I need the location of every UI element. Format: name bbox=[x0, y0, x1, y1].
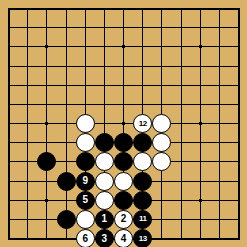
grid-line-vertical bbox=[219, 8, 220, 240]
move-number: 9 bbox=[82, 176, 88, 186]
white-stone bbox=[76, 133, 95, 152]
go-board[interactable]: 1295121163413 bbox=[0, 0, 247, 247]
star-point bbox=[45, 122, 48, 125]
white-stone: 12 bbox=[133, 114, 152, 133]
black-stone bbox=[37, 152, 56, 171]
white-stone bbox=[95, 191, 114, 210]
move-number: 4 bbox=[121, 234, 127, 244]
star-point bbox=[122, 45, 125, 48]
black-stone: 1 bbox=[95, 210, 114, 229]
move-number: 11 bbox=[139, 215, 146, 223]
white-stone bbox=[76, 114, 95, 133]
black-stone bbox=[133, 172, 152, 191]
black-stone bbox=[133, 133, 152, 152]
move-number: 3 bbox=[102, 234, 108, 244]
white-stone bbox=[133, 152, 152, 171]
black-stone: 13 bbox=[133, 229, 152, 247]
star-point bbox=[45, 199, 48, 202]
grid-line-vertical bbox=[238, 8, 240, 240]
black-stone: 3 bbox=[95, 229, 114, 247]
black-stone bbox=[95, 133, 114, 152]
white-stone bbox=[95, 172, 114, 191]
move-number: 6 bbox=[82, 234, 88, 244]
grid-line-vertical bbox=[181, 8, 182, 240]
star-point bbox=[199, 199, 202, 202]
black-stone bbox=[57, 210, 76, 229]
black-stone bbox=[114, 152, 133, 171]
white-stone bbox=[152, 114, 171, 133]
star-point bbox=[45, 45, 48, 48]
black-stone: 5 bbox=[76, 191, 95, 210]
white-stone bbox=[114, 172, 133, 191]
move-number: 13 bbox=[139, 235, 147, 243]
black-stone bbox=[114, 191, 133, 210]
move-number: 1 bbox=[102, 214, 108, 224]
black-stone: 9 bbox=[76, 172, 95, 191]
white-stone: 6 bbox=[76, 229, 95, 247]
star-point bbox=[122, 122, 125, 125]
move-number: 5 bbox=[82, 195, 88, 205]
star-point bbox=[199, 45, 202, 48]
black-stone bbox=[76, 152, 95, 171]
white-stone bbox=[95, 152, 114, 171]
move-number: 2 bbox=[121, 214, 127, 224]
star-point bbox=[199, 122, 202, 125]
white-stone bbox=[152, 152, 171, 171]
go-diagram: 1295121163413 bbox=[0, 0, 247, 247]
move-number: 12 bbox=[139, 120, 147, 128]
white-stone: 4 bbox=[114, 229, 133, 247]
white-stone bbox=[152, 133, 171, 152]
black-stone bbox=[133, 191, 152, 210]
black-stone: 11 bbox=[133, 210, 152, 229]
white-stone: 2 bbox=[114, 210, 133, 229]
black-stone bbox=[57, 172, 76, 191]
black-stone bbox=[114, 133, 133, 152]
white-stone bbox=[76, 210, 95, 229]
